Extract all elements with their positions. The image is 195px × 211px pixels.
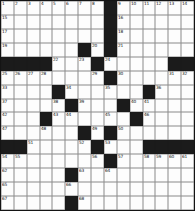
grid-cell[interactable]: 33	[1, 85, 14, 99]
clue-number: 28	[41, 71, 46, 75]
clue-number: 40	[131, 99, 136, 103]
grid-cell[interactable]	[168, 99, 181, 113]
clue-number: 53	[105, 140, 110, 144]
grid-cell[interactable]	[40, 140, 53, 154]
clue-number: 56	[92, 154, 97, 158]
grid-cell[interactable]: 20	[91, 43, 104, 57]
clue-number: 11	[144, 1, 149, 5]
black-cell	[155, 140, 168, 154]
clue-number: 13	[169, 1, 174, 5]
clue-number: 37	[2, 99, 7, 103]
grid-cell[interactable]: 47	[1, 126, 14, 140]
clue-number: 68	[79, 196, 84, 200]
grid-cell[interactable]	[181, 112, 194, 126]
grid-cell[interactable]	[14, 168, 27, 182]
grid-cell[interactable]	[52, 126, 65, 140]
grid-cell[interactable]	[181, 196, 194, 210]
grid-cell[interactable]	[14, 112, 27, 126]
clue-number: 46	[144, 112, 149, 116]
clue-number: 63	[79, 168, 84, 172]
clue-number: 12	[156, 1, 161, 5]
grid-cell[interactable]: 6	[65, 1, 78, 15]
grid-cell[interactable]	[130, 43, 143, 57]
grid-cell[interactable]	[52, 154, 65, 168]
grid-cell[interactable]	[117, 168, 130, 182]
grid-cell[interactable]	[168, 43, 181, 57]
grid-cell[interactable]: 3	[27, 1, 40, 15]
grid-cell[interactable]	[27, 43, 40, 57]
clue-number: 55	[15, 154, 20, 158]
clue-number: 48	[41, 126, 46, 130]
grid-cell[interactable]	[130, 29, 143, 43]
grid-cell[interactable]: 11	[143, 1, 156, 15]
grid-cell[interactable]	[52, 15, 65, 29]
grid-cell[interactable]	[155, 168, 168, 182]
clue-number: 31	[169, 71, 174, 75]
grid-cell[interactable]	[78, 154, 91, 168]
clue-number: 58	[144, 154, 149, 158]
grid-cell[interactable]	[143, 43, 156, 57]
grid-cell[interactable]	[65, 126, 78, 140]
grid-cell[interactable]	[91, 168, 104, 182]
clue-number: 3	[28, 1, 30, 5]
grid-cell[interactable]	[78, 29, 91, 43]
clue-number: 23	[79, 57, 84, 61]
grid-cell[interactable]	[130, 182, 143, 196]
grid-cell[interactable]: 19	[1, 43, 14, 57]
grid-cell[interactable]: 57	[117, 154, 130, 168]
grid-cell[interactable]: 31	[168, 71, 181, 85]
clue-number: 8	[92, 1, 94, 5]
black-cell	[104, 126, 117, 140]
clue-number: 29	[92, 71, 97, 75]
grid-cell[interactable]: 36	[155, 85, 168, 99]
grid-cell[interactable]	[65, 154, 78, 168]
grid-cell[interactable]	[52, 71, 65, 85]
grid-cell[interactable]	[168, 196, 181, 210]
clue-number: 36	[156, 85, 161, 89]
clue-number: 49	[92, 126, 97, 130]
clue-number: 18	[118, 29, 123, 33]
grid-cell[interactable]	[117, 140, 130, 154]
grid-cell[interactable]	[91, 29, 104, 43]
grid-cell[interactable]	[40, 99, 53, 113]
grid-cell[interactable]: 59	[155, 154, 168, 168]
grid-cell[interactable]	[143, 168, 156, 182]
grid-cell[interactable]: 55	[14, 154, 27, 168]
grid-cell[interactable]	[40, 196, 53, 210]
grid-cell[interactable]: 2	[14, 1, 27, 15]
clue-number: 50	[118, 126, 123, 130]
clue-number: 41	[144, 99, 149, 103]
grid-cell[interactable]	[130, 57, 143, 71]
black-cell	[1, 140, 14, 154]
clue-number: 16	[118, 15, 123, 19]
grid-cell[interactable]	[40, 168, 53, 182]
grid-cell[interactable]	[117, 182, 130, 196]
grid-cell[interactable]	[52, 182, 65, 196]
grid-cell[interactable]: 10	[130, 1, 143, 15]
clue-number: 65	[2, 182, 7, 186]
grid-cell[interactable]: 46	[143, 112, 156, 126]
grid-cell[interactable]	[91, 85, 104, 99]
grid-cell[interactable]	[27, 154, 40, 168]
grid-cell[interactable]	[168, 29, 181, 43]
grid-cell[interactable]	[27, 126, 40, 140]
grid-cell[interactable]	[155, 43, 168, 57]
grid-cell[interactable]: 9	[117, 1, 130, 15]
grid-cell[interactable]	[155, 182, 168, 196]
black-cell	[1, 57, 14, 71]
clue-number: 4	[41, 1, 43, 5]
grid-cell[interactable]	[27, 182, 40, 196]
grid-cell[interactable]: 48	[40, 126, 53, 140]
grid-cell[interactable]	[168, 15, 181, 29]
grid-cell[interactable]	[40, 29, 53, 43]
black-cell	[143, 85, 156, 99]
grid-cell[interactable]: 51	[27, 140, 40, 154]
grid-cell[interactable]: 15	[1, 15, 14, 29]
grid-cell[interactable]: 21	[117, 43, 130, 57]
black-cell	[181, 57, 194, 71]
grid-cell[interactable]	[65, 43, 78, 57]
black-cell	[104, 29, 117, 43]
clue-number: 24	[105, 57, 110, 61]
grid-cell[interactable]	[78, 71, 91, 85]
black-cell	[104, 1, 117, 15]
grid-cell[interactable]	[168, 182, 181, 196]
clue-number: 10	[131, 1, 136, 5]
clue-number: 30	[118, 71, 123, 75]
clue-number: 19	[2, 43, 7, 47]
grid-cell[interactable]	[143, 126, 156, 140]
grid-cell[interactable]: 39	[78, 99, 91, 113]
grid-cell[interactable]	[130, 15, 143, 29]
grid-cell[interactable]	[65, 57, 78, 71]
clue-number: 9	[118, 1, 120, 5]
clue-number: 22	[53, 57, 58, 61]
grid-cell[interactable]: 65	[1, 182, 14, 196]
grid-cell[interactable]	[91, 196, 104, 210]
grid-cell[interactable]	[155, 126, 168, 140]
grid-cell[interactable]	[181, 85, 194, 99]
grid-cell[interactable]	[181, 15, 194, 29]
grid-cell[interactable]	[168, 112, 181, 126]
grid-cell[interactable]: 68	[78, 196, 91, 210]
black-cell	[181, 140, 194, 154]
grid-cell[interactable]	[40, 182, 53, 196]
grid-cell[interactable]	[168, 168, 181, 182]
grid-cell[interactable]	[27, 85, 40, 99]
grid-cell[interactable]	[143, 15, 156, 29]
black-cell	[130, 112, 143, 126]
grid-cell[interactable]: 30	[117, 71, 130, 85]
black-cell	[168, 57, 181, 71]
grid-cell[interactable]	[65, 29, 78, 43]
grid-cell[interactable]: 1	[1, 1, 14, 15]
black-cell	[65, 168, 78, 182]
grid-cell[interactable]	[155, 71, 168, 85]
grid-cell[interactable]	[104, 196, 117, 210]
black-cell	[78, 43, 91, 57]
clue-number: 14	[182, 1, 187, 5]
grid-cell[interactable]	[155, 196, 168, 210]
black-cell	[168, 140, 181, 154]
grid-cell[interactable]	[27, 29, 40, 43]
grid-cell[interactable]: 62	[1, 168, 14, 182]
black-cell	[14, 57, 27, 71]
black-cell	[91, 57, 104, 71]
grid-cell[interactable]	[14, 196, 27, 210]
grid-cell[interactable]	[143, 29, 156, 43]
grid-cell[interactable]	[130, 168, 143, 182]
black-cell	[40, 57, 53, 71]
grid-cell[interactable]: 64	[104, 168, 117, 182]
grid-cell[interactable]: 45	[104, 112, 117, 126]
grid-cell[interactable]: 40	[130, 99, 143, 113]
grid-cell[interactable]	[168, 126, 181, 140]
grid-cell[interactable]	[14, 99, 27, 113]
clue-number: 64	[105, 168, 110, 172]
grid-cell[interactable]	[143, 71, 156, 85]
clue-number: 57	[118, 154, 123, 158]
grid-cell[interactable]	[14, 15, 27, 29]
grid-cell[interactable]	[27, 196, 40, 210]
clue-number: 34	[66, 85, 71, 89]
clue-number: 51	[28, 140, 33, 144]
grid-cell[interactable]: 66	[65, 182, 78, 196]
clue-number: 21	[118, 43, 123, 47]
grid-cell[interactable]: 8	[91, 1, 104, 15]
grid-cell[interactable]: 52	[78, 140, 91, 154]
grid-cell[interactable]	[181, 29, 194, 43]
grid-cell[interactable]: 7	[78, 1, 91, 15]
grid-cell[interactable]	[168, 85, 181, 99]
clue-number: 15	[2, 15, 7, 19]
grid-cell[interactable]	[14, 85, 27, 99]
grid-cell[interactable]	[155, 57, 168, 71]
grid-cell[interactable]	[52, 29, 65, 43]
grid-cell[interactable]	[91, 182, 104, 196]
clue-number: 7	[79, 1, 81, 5]
grid-cell[interactable]	[14, 182, 27, 196]
grid-cell[interactable]: 58	[143, 154, 156, 168]
clue-number: 44	[66, 112, 71, 116]
clue-number: 5	[53, 1, 55, 5]
grid-cell[interactable]	[155, 15, 168, 29]
grid-cell[interactable]: 54	[1, 154, 14, 168]
grid-cell[interactable]	[52, 168, 65, 182]
black-cell	[91, 140, 104, 154]
black-cell	[104, 71, 117, 85]
clue-number: 27	[28, 71, 33, 75]
grid-cell[interactable]	[143, 57, 156, 71]
clue-number: 61	[182, 154, 187, 158]
grid-cell[interactable]	[65, 71, 78, 85]
clue-number: 42	[2, 112, 7, 116]
grid-cell[interactable]: 56	[91, 154, 104, 168]
clue-number: 33	[2, 85, 7, 89]
grid-cell[interactable]	[181, 126, 194, 140]
clue-number: 38	[53, 99, 58, 103]
grid-cell[interactable]: 32	[181, 71, 194, 85]
grid-cell[interactable]	[130, 154, 143, 168]
clue-number: 6	[66, 1, 68, 5]
black-cell	[27, 57, 40, 71]
grid-cell[interactable]: 43	[52, 112, 65, 126]
grid-cell[interactable]: 4	[40, 1, 53, 15]
grid-cell[interactable]	[130, 71, 143, 85]
grid-cell[interactable]: 13	[168, 1, 181, 15]
clue-number: 25	[2, 71, 7, 75]
grid-cell[interactable]	[27, 168, 40, 182]
black-cell	[65, 196, 78, 210]
grid-cell[interactable]: 23	[78, 57, 91, 71]
grid-cell[interactable]	[40, 154, 53, 168]
grid-cell[interactable]	[40, 85, 53, 99]
clue-number: 45	[105, 112, 110, 116]
grid-cell[interactable]	[117, 196, 130, 210]
crossword-grid: 1234567891011121314151617181920212223242…	[0, 0, 195, 211]
grid-cell[interactable]	[14, 43, 27, 57]
grid-cell[interactable]	[65, 15, 78, 29]
grid-cell[interactable]: 67	[1, 196, 14, 210]
grid-cell[interactable]: 61	[181, 154, 194, 168]
grid-cell[interactable]: 28	[40, 71, 53, 85]
grid-cell[interactable]	[52, 43, 65, 57]
black-cell	[52, 85, 65, 99]
grid-cell[interactable]	[78, 182, 91, 196]
black-cell	[117, 99, 130, 113]
grid-cell[interactable]: 63	[78, 168, 91, 182]
grid-cell[interactable]	[181, 99, 194, 113]
black-cell	[104, 154, 117, 168]
grid-cell[interactable]	[52, 140, 65, 154]
grid-cell[interactable]	[78, 85, 91, 99]
clue-number: 20	[92, 43, 97, 47]
grid-cell[interactable]	[181, 43, 194, 57]
clue-number: 26	[15, 71, 20, 75]
grid-cell[interactable]	[40, 43, 53, 57]
grid-cell[interactable]	[117, 85, 130, 99]
grid-cell[interactable]	[104, 182, 117, 196]
grid-cell[interactable]: 22	[52, 57, 65, 71]
grid-cell[interactable]: 16	[117, 15, 130, 29]
grid-cell[interactable]	[117, 57, 130, 71]
grid-cell[interactable]	[65, 140, 78, 154]
black-cell	[14, 140, 27, 154]
clue-number: 62	[2, 168, 7, 172]
grid-cell[interactable]: 34	[65, 85, 78, 99]
clue-number: 35	[105, 85, 110, 89]
grid-cell[interactable]: 53	[104, 140, 117, 154]
grid-cell[interactable]	[143, 196, 156, 210]
grid-cell[interactable]	[181, 168, 194, 182]
grid-cell[interactable]	[14, 126, 27, 140]
black-cell	[78, 126, 91, 140]
grid-cell[interactable]	[27, 112, 40, 126]
grid-cell[interactable]	[27, 99, 40, 113]
grid-cell[interactable]	[130, 196, 143, 210]
black-cell	[143, 140, 156, 154]
grid-cell[interactable]: 44	[65, 112, 78, 126]
grid-cell[interactable]	[130, 126, 143, 140]
grid-cell[interactable]	[155, 99, 168, 113]
grid-cell[interactable]	[91, 15, 104, 29]
grid-cell[interactable]	[40, 15, 53, 29]
grid-cell[interactable]: 50	[117, 126, 130, 140]
grid-cell[interactable]	[27, 15, 40, 29]
grid-cell[interactable]	[130, 140, 143, 154]
clue-number: 39	[79, 99, 84, 103]
grid-cell[interactable]	[91, 99, 104, 113]
grid-cell[interactable]	[143, 182, 156, 196]
clue-number: 60	[169, 154, 174, 158]
clue-number: 52	[79, 140, 84, 144]
clue-number: 43	[53, 112, 58, 116]
black-cell	[104, 43, 117, 57]
grid-cell[interactable]: 18	[117, 29, 130, 43]
grid-cell[interactable]: 25	[1, 71, 14, 85]
clue-number: 1	[2, 1, 4, 5]
clue-number: 59	[156, 154, 161, 158]
grid-cell[interactable]	[78, 15, 91, 29]
clue-number: 17	[2, 29, 7, 33]
grid-cell[interactable]: 12	[155, 1, 168, 15]
grid-cell[interactable]	[181, 182, 194, 196]
grid-cell[interactable]: 17	[1, 29, 14, 43]
grid-cell[interactable]: 49	[91, 126, 104, 140]
clue-number: 67	[2, 196, 7, 200]
grid-cell[interactable]: 27	[27, 71, 40, 85]
clue-number: 32	[182, 71, 187, 75]
grid-cell[interactable]	[14, 29, 27, 43]
clue-number: 2	[15, 1, 17, 5]
grid-cell[interactable]: 14	[181, 1, 194, 15]
clue-number: 66	[66, 182, 71, 186]
clue-number: 54	[2, 154, 7, 158]
grid-cell[interactable]: 29	[91, 71, 104, 85]
grid-cell[interactable]	[130, 85, 143, 99]
grid-cell[interactable]	[155, 112, 168, 126]
grid-cell[interactable]: 5	[52, 1, 65, 15]
black-cell	[104, 15, 117, 29]
grid-cell[interactable]: 24	[104, 57, 117, 71]
grid-cell[interactable]: 35	[104, 85, 117, 99]
grid-cell[interactable]: 60	[168, 154, 181, 168]
grid-cell[interactable]	[155, 29, 168, 43]
grid-cell[interactable]	[52, 196, 65, 210]
grid-cell[interactable]	[78, 112, 91, 126]
grid-cell[interactable]: 26	[14, 71, 27, 85]
clue-number: 47	[2, 126, 7, 130]
